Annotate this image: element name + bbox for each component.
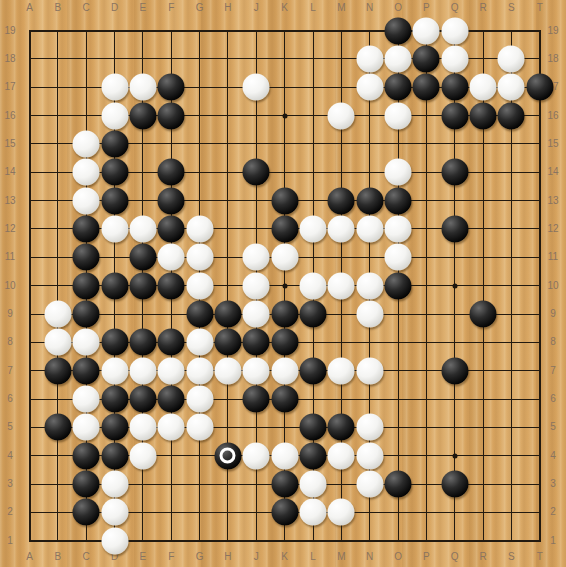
stone-white-M7: [328, 357, 355, 384]
row-label-right: 19: [547, 26, 558, 36]
stone-black-C7: [73, 357, 100, 384]
stone-white-N9: [356, 301, 383, 328]
column-label-bottom: C: [83, 552, 90, 562]
row-label-right: 3: [550, 479, 556, 489]
stone-white-M4: [328, 442, 355, 469]
stone-white-G6: [186, 386, 213, 413]
stone-white-D17: [101, 74, 128, 101]
row-label-right: 6: [550, 394, 556, 404]
go-board[interactable]: AABBCCDDEEFFGGHHJJKKLLMMNNOOPPQQRRSSTT19…: [0, 0, 566, 567]
column-label-top: T: [537, 3, 543, 13]
column-label-top: P: [423, 3, 430, 13]
stone-white-M16: [328, 102, 355, 129]
stone-white-N18: [356, 45, 383, 72]
stone-white-Q18: [441, 45, 468, 72]
stone-white-N10: [356, 272, 383, 299]
stone-white-K11: [271, 244, 298, 271]
stone-black-S16: [498, 102, 525, 129]
stone-white-J4: [243, 442, 270, 469]
stone-black-Q12: [441, 215, 468, 242]
stone-black-L9: [300, 301, 327, 328]
stone-white-C14: [73, 159, 100, 186]
row-label-right: 12: [547, 224, 558, 234]
stone-black-F16: [158, 102, 185, 129]
stone-white-N3: [356, 471, 383, 498]
column-label-bottom: T: [537, 552, 543, 562]
column-label-top: S: [508, 3, 515, 13]
stone-black-F10: [158, 272, 185, 299]
stone-white-L3: [300, 471, 327, 498]
stone-white-N12: [356, 215, 383, 242]
column-label-bottom: N: [366, 552, 373, 562]
stone-black-D15: [101, 130, 128, 157]
stone-black-K12: [271, 215, 298, 242]
stone-white-L12: [300, 215, 327, 242]
stone-black-P17: [413, 74, 440, 101]
stone-white-G12: [186, 215, 213, 242]
row-label-left: 12: [4, 224, 15, 234]
stone-white-E12: [129, 215, 156, 242]
column-label-top: C: [83, 3, 90, 13]
column-label-top: M: [337, 3, 345, 13]
stone-white-E4: [129, 442, 156, 469]
stone-black-O13: [385, 187, 412, 214]
stone-black-Q7: [441, 357, 468, 384]
stone-black-K6: [271, 386, 298, 413]
stone-black-F12: [158, 215, 185, 242]
stone-white-O18: [385, 45, 412, 72]
stone-black-K2: [271, 499, 298, 526]
stone-black-E10: [129, 272, 156, 299]
stone-black-K8: [271, 329, 298, 356]
star-point: [452, 453, 457, 458]
row-label-left: 9: [7, 309, 13, 319]
stone-black-L7: [300, 357, 327, 384]
column-label-bottom: L: [310, 552, 316, 562]
row-label-left: 18: [4, 54, 15, 64]
stone-white-S17: [498, 74, 525, 101]
column-label-bottom: A: [26, 552, 33, 562]
column-label-top: D: [111, 3, 118, 13]
stone-white-D1: [101, 527, 128, 554]
column-label-bottom: Q: [451, 552, 459, 562]
stone-white-O14: [385, 159, 412, 186]
stone-white-C8: [73, 329, 100, 356]
stone-black-R9: [470, 301, 497, 328]
stone-white-J17: [243, 74, 270, 101]
stone-black-N13: [356, 187, 383, 214]
column-label-bottom: R: [479, 552, 486, 562]
stone-white-C15: [73, 130, 100, 157]
stone-black-Q14: [441, 159, 468, 186]
stone-black-B5: [44, 414, 71, 441]
column-label-top: O: [394, 3, 402, 13]
stone-white-C6: [73, 386, 100, 413]
row-label-right: 18: [547, 54, 558, 64]
column-label-bottom: K: [281, 552, 288, 562]
column-label-top: Q: [451, 3, 459, 13]
stone-black-T17: [526, 74, 553, 101]
stone-white-S18: [498, 45, 525, 72]
column-label-bottom: J: [254, 552, 259, 562]
stone-white-G11: [186, 244, 213, 271]
row-label-left: 17: [4, 82, 15, 92]
row-label-right: 15: [547, 139, 558, 149]
column-label-bottom: O: [394, 552, 402, 562]
stone-black-C2: [73, 499, 100, 526]
stone-white-G8: [186, 329, 213, 356]
stone-black-F14: [158, 159, 185, 186]
stone-white-E17: [129, 74, 156, 101]
stone-black-Q17: [441, 74, 468, 101]
column-label-top: A: [26, 3, 33, 13]
stone-white-D7: [101, 357, 128, 384]
stone-white-M10: [328, 272, 355, 299]
row-label-right: 10: [547, 281, 558, 291]
stone-black-L4: [300, 442, 327, 469]
stone-black-E11: [129, 244, 156, 271]
stone-black-C9: [73, 301, 100, 328]
row-label-left: 8: [7, 337, 13, 347]
column-label-top: R: [479, 3, 486, 13]
grid-line-vertical: [426, 30, 427, 542]
stone-black-F6: [158, 386, 185, 413]
row-label-left: 6: [7, 394, 13, 404]
stone-black-R16: [470, 102, 497, 129]
row-label-left: 10: [4, 281, 15, 291]
stone-white-N7: [356, 357, 383, 384]
row-label-right: 4: [550, 451, 556, 461]
stone-white-O11: [385, 244, 412, 271]
stone-white-L10: [300, 272, 327, 299]
star-point: [452, 283, 457, 288]
row-label-right: 16: [547, 111, 558, 121]
grid-line-vertical: [539, 30, 541, 542]
row-label-left: 19: [4, 26, 15, 36]
stone-black-D14: [101, 159, 128, 186]
stone-white-L2: [300, 499, 327, 526]
stone-white-J7: [243, 357, 270, 384]
stone-black-K9: [271, 301, 298, 328]
row-label-left: 14: [4, 167, 15, 177]
stone-black-D13: [101, 187, 128, 214]
stone-black-J14: [243, 159, 270, 186]
column-label-bottom: F: [168, 552, 174, 562]
stone-black-D4: [101, 442, 128, 469]
stone-white-E7: [129, 357, 156, 384]
stone-black-C11: [73, 244, 100, 271]
stone-white-B9: [44, 301, 71, 328]
stone-white-J9: [243, 301, 270, 328]
stone-black-E16: [129, 102, 156, 129]
row-label-left: 11: [5, 252, 15, 262]
stone-white-Q19: [441, 17, 468, 44]
stone-black-D6: [101, 386, 128, 413]
stone-white-D3: [101, 471, 128, 498]
stone-white-N4: [356, 442, 383, 469]
stone-white-C13: [73, 187, 100, 214]
stone-white-D2: [101, 499, 128, 526]
stone-black-C3: [73, 471, 100, 498]
star-point: [282, 113, 287, 118]
column-label-bottom: H: [224, 552, 231, 562]
stone-white-D12: [101, 215, 128, 242]
stone-black-D8: [101, 329, 128, 356]
stone-white-M2: [328, 499, 355, 526]
stone-white-F7: [158, 357, 185, 384]
column-label-bottom: S: [508, 552, 515, 562]
stone-black-O10: [385, 272, 412, 299]
stone-black-H4: [214, 442, 241, 469]
stone-black-P18: [413, 45, 440, 72]
stone-black-H9: [214, 301, 241, 328]
stone-white-E5: [129, 414, 156, 441]
row-label-right: 13: [547, 196, 558, 206]
column-label-top: F: [168, 3, 174, 13]
stone-white-N5: [356, 414, 383, 441]
row-label-left: 5: [7, 422, 13, 432]
stone-black-H8: [214, 329, 241, 356]
stone-black-G9: [186, 301, 213, 328]
stone-black-B7: [44, 357, 71, 384]
row-label-right: 7: [550, 366, 556, 376]
star-point: [282, 283, 287, 288]
stone-black-E8: [129, 329, 156, 356]
stone-black-L5: [300, 414, 327, 441]
column-label-bottom: B: [55, 552, 62, 562]
stone-black-K3: [271, 471, 298, 498]
stone-white-M12: [328, 215, 355, 242]
last-move-marker-circle: [220, 448, 236, 464]
stone-white-O16: [385, 102, 412, 129]
stone-black-K13: [271, 187, 298, 214]
row-label-right: 5: [550, 422, 556, 432]
row-label-left: 1: [7, 536, 13, 546]
column-label-top: N: [366, 3, 373, 13]
row-label-left: 7: [7, 366, 13, 376]
stone-white-O12: [385, 215, 412, 242]
row-label-left: 16: [4, 111, 15, 121]
stone-black-M13: [328, 187, 355, 214]
row-label-left: 13: [4, 196, 15, 206]
stone-white-K4: [271, 442, 298, 469]
stone-black-O17: [385, 74, 412, 101]
stone-black-E6: [129, 386, 156, 413]
stone-black-F17: [158, 74, 185, 101]
stone-black-Q16: [441, 102, 468, 129]
stone-white-D16: [101, 102, 128, 129]
column-label-top: B: [55, 3, 62, 13]
column-label-bottom: P: [423, 552, 430, 562]
row-label-right: 1: [550, 536, 556, 546]
stone-white-G10: [186, 272, 213, 299]
stone-black-D10: [101, 272, 128, 299]
stone-white-J10: [243, 272, 270, 299]
stone-black-C4: [73, 442, 100, 469]
stone-white-C5: [73, 414, 100, 441]
row-label-right: 14: [547, 167, 558, 177]
column-label-top: K: [281, 3, 288, 13]
column-label-top: E: [140, 3, 147, 13]
stone-white-J11: [243, 244, 270, 271]
stone-black-C10: [73, 272, 100, 299]
stone-white-G7: [186, 357, 213, 384]
stone-white-R17: [470, 74, 497, 101]
column-label-top: H: [224, 3, 231, 13]
stone-black-F8: [158, 329, 185, 356]
column-label-bottom: G: [196, 552, 204, 562]
stone-white-K7: [271, 357, 298, 384]
stone-black-O3: [385, 471, 412, 498]
stone-black-J6: [243, 386, 270, 413]
stone-white-H7: [214, 357, 241, 384]
row-label-left: 2: [7, 507, 13, 517]
row-label-right: 2: [550, 507, 556, 517]
column-label-bottom: E: [140, 552, 147, 562]
row-label-right: 8: [550, 337, 556, 347]
row-label-left: 3: [7, 479, 13, 489]
stone-black-M5: [328, 414, 355, 441]
row-label-left: 4: [7, 451, 13, 461]
stone-white-F11: [158, 244, 185, 271]
stone-white-B8: [44, 329, 71, 356]
row-label-left: 15: [4, 139, 15, 149]
column-label-bottom: M: [337, 552, 345, 562]
stone-white-N17: [356, 74, 383, 101]
stone-black-D5: [101, 414, 128, 441]
stone-white-F5: [158, 414, 185, 441]
stone-white-G5: [186, 414, 213, 441]
stone-black-J8: [243, 329, 270, 356]
row-label-right: 11: [548, 252, 558, 262]
stone-black-Q3: [441, 471, 468, 498]
stone-black-F13: [158, 187, 185, 214]
stone-white-P19: [413, 17, 440, 44]
stone-black-O19: [385, 17, 412, 44]
column-label-top: J: [254, 3, 259, 13]
column-label-top: L: [310, 3, 316, 13]
column-label-top: G: [196, 3, 204, 13]
row-label-right: 9: [550, 309, 556, 319]
stone-black-C12: [73, 215, 100, 242]
